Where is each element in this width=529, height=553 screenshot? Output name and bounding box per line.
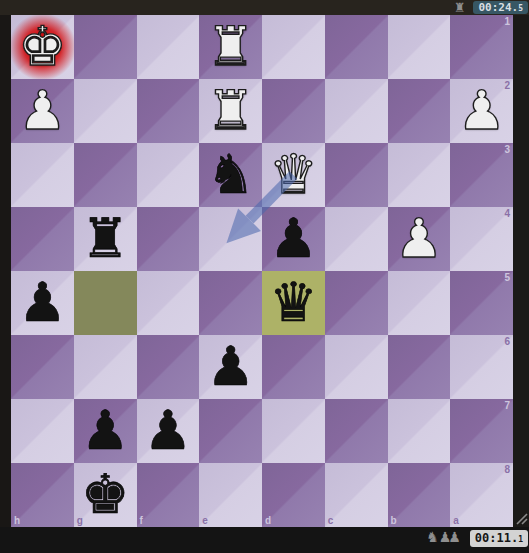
piece-white-queen-d3[interactable]: ♛ xyxy=(269,145,317,205)
square-e7[interactable] xyxy=(199,399,262,463)
square-f2[interactable] xyxy=(137,79,200,143)
piece-black-queen-d5[interactable]: ♛ xyxy=(269,273,317,333)
square-d7[interactable] xyxy=(262,399,325,463)
square-d1[interactable] xyxy=(262,15,325,79)
piece-white-pawn-h2[interactable]: ♟ xyxy=(18,81,66,141)
square-b1[interactable] xyxy=(388,15,451,79)
bottom-clock-time: 00:11. xyxy=(475,530,518,547)
rank-label-7: 7 xyxy=(504,400,510,411)
square-g7[interactable]: ♟ xyxy=(74,399,137,463)
top-player-clock: 00:24.5 xyxy=(473,1,528,14)
square-a8[interactable]: 8a xyxy=(450,463,513,527)
square-a1[interactable]: 1 xyxy=(450,15,513,79)
piece-black-king-g8[interactable]: ♚ xyxy=(81,465,129,525)
square-b7[interactable] xyxy=(388,399,451,463)
square-c1[interactable] xyxy=(325,15,388,79)
square-d3[interactable]: ♛ xyxy=(262,143,325,207)
square-h1[interactable]: ♚ xyxy=(11,15,74,79)
square-b2[interactable] xyxy=(388,79,451,143)
square-f1[interactable] xyxy=(137,15,200,79)
bottom-player-clock: 00:11.1 xyxy=(470,530,528,547)
top-player-bar: ♜ 00:24.5 xyxy=(0,0,529,15)
piece-black-pawn-e6[interactable]: ♟ xyxy=(206,337,254,397)
square-f4[interactable] xyxy=(137,207,200,271)
square-g2[interactable] xyxy=(74,79,137,143)
square-e1[interactable]: ♜ xyxy=(199,15,262,79)
file-label-d: d xyxy=(265,515,271,526)
piece-black-pawn-f7[interactable]: ♟ xyxy=(144,401,192,461)
square-d2[interactable] xyxy=(262,79,325,143)
bottom-clock-tenths: 1 xyxy=(518,531,523,548)
file-label-b: b xyxy=(391,515,397,526)
board-right-gutter xyxy=(513,15,529,527)
square-d6[interactable] xyxy=(262,335,325,399)
top-clock-tenths: 5 xyxy=(518,2,523,15)
square-a3[interactable]: 3 xyxy=(450,143,513,207)
square-b6[interactable] xyxy=(388,335,451,399)
square-b4[interactable]: ♟ xyxy=(388,207,451,271)
square-e6[interactable]: ♟ xyxy=(199,335,262,399)
square-f3[interactable] xyxy=(137,143,200,207)
top-clock-time: 00:24. xyxy=(478,1,518,14)
piece-white-rook-e2[interactable]: ♜ xyxy=(206,81,254,141)
square-h2[interactable]: ♟ xyxy=(11,79,74,143)
square-e4[interactable] xyxy=(199,207,262,271)
captured-knight-icon: ♞ xyxy=(426,530,439,544)
square-f8[interactable]: f xyxy=(137,463,200,527)
rank-label-1: 1 xyxy=(504,16,510,27)
rank-label-6: 6 xyxy=(504,336,510,347)
square-c2[interactable] xyxy=(325,79,388,143)
square-e5[interactable] xyxy=(199,271,262,335)
square-f7[interactable]: ♟ xyxy=(137,399,200,463)
square-h7[interactable] xyxy=(11,399,74,463)
rank-label-5: 5 xyxy=(504,272,510,283)
square-e2[interactable]: ♜ xyxy=(199,79,262,143)
square-g6[interactable] xyxy=(74,335,137,399)
square-g1[interactable] xyxy=(74,15,137,79)
piece-white-pawn-a2[interactable]: ♟ xyxy=(457,81,505,141)
square-c6[interactable] xyxy=(325,335,388,399)
file-label-a: a xyxy=(453,515,459,526)
piece-black-pawn-g7[interactable]: ♟ xyxy=(81,401,129,461)
square-c3[interactable] xyxy=(325,143,388,207)
top-captured-material: ♜ xyxy=(454,1,466,15)
captured-pawn-icon: ♟ xyxy=(448,530,461,544)
square-e8[interactable]: e xyxy=(199,463,262,527)
square-h5[interactable]: ♟ xyxy=(11,271,74,335)
square-d4[interactable]: ♟ xyxy=(262,207,325,271)
square-c4[interactable] xyxy=(325,207,388,271)
piece-white-rook-e1[interactable]: ♜ xyxy=(206,17,254,77)
square-g8[interactable]: g♚ xyxy=(74,463,137,527)
square-c8[interactable]: c xyxy=(325,463,388,527)
chess-board[interactable]: ♚♜1♟♜2♟♞♛3♜♟♟4♟♛5♟6♟♟7hg♚fedcb8a xyxy=(11,15,513,527)
square-h6[interactable] xyxy=(11,335,74,399)
board-left-gutter xyxy=(0,15,11,527)
rank-label-4: 4 xyxy=(504,208,510,219)
file-label-f: f xyxy=(140,515,143,526)
piece-white-pawn-b4[interactable]: ♟ xyxy=(395,209,443,269)
square-h8[interactable]: h xyxy=(11,463,74,527)
piece-black-pawn-h5[interactable]: ♟ xyxy=(18,273,66,333)
square-f5[interactable] xyxy=(137,271,200,335)
square-a4[interactable]: 4 xyxy=(450,207,513,271)
captured-rook-icon: ♜ xyxy=(454,1,466,15)
bottom-player-bar: ♞♟♟ 00:11.1 xyxy=(0,527,529,553)
piece-black-pawn-d4[interactable]: ♟ xyxy=(269,209,317,269)
piece-white-king-h1[interactable]: ♚ xyxy=(18,17,66,77)
square-a5[interactable]: 5 xyxy=(450,271,513,335)
square-a6[interactable]: 6 xyxy=(450,335,513,399)
square-h4[interactable] xyxy=(11,207,74,271)
square-a7[interactable]: 7 xyxy=(450,399,513,463)
square-h3[interactable] xyxy=(11,143,74,207)
file-label-c: c xyxy=(328,515,334,526)
piece-black-rook-g4[interactable]: ♜ xyxy=(81,209,129,269)
piece-black-knight-e3[interactable]: ♞ xyxy=(206,145,254,205)
file-label-e: e xyxy=(202,515,208,526)
square-c5[interactable] xyxy=(325,271,388,335)
square-g4[interactable]: ♜ xyxy=(74,207,137,271)
board-resize-handle[interactable] xyxy=(514,511,528,525)
square-d8[interactable]: d xyxy=(262,463,325,527)
square-g5[interactable] xyxy=(74,271,137,335)
square-c7[interactable] xyxy=(325,399,388,463)
square-b5[interactable] xyxy=(388,271,451,335)
square-a2[interactable]: 2♟ xyxy=(450,79,513,143)
square-b3[interactable] xyxy=(388,143,451,207)
rank-label-3: 3 xyxy=(504,144,510,155)
file-label-h: h xyxy=(14,515,20,526)
square-d5[interactable]: ♛ xyxy=(262,271,325,335)
square-e3[interactable]: ♞ xyxy=(199,143,262,207)
bottom-captured-material: ♞♟♟ xyxy=(426,530,461,544)
game-window: ♜ 00:24.5 ♚♜1♟♜2♟♞♛3♜♟♟4♟♛5♟6♟♟7hg♚fedcb… xyxy=(0,0,529,553)
square-b8[interactable]: b xyxy=(388,463,451,527)
square-g3[interactable] xyxy=(74,143,137,207)
square-f6[interactable] xyxy=(137,335,200,399)
rank-label-8: 8 xyxy=(504,464,510,475)
